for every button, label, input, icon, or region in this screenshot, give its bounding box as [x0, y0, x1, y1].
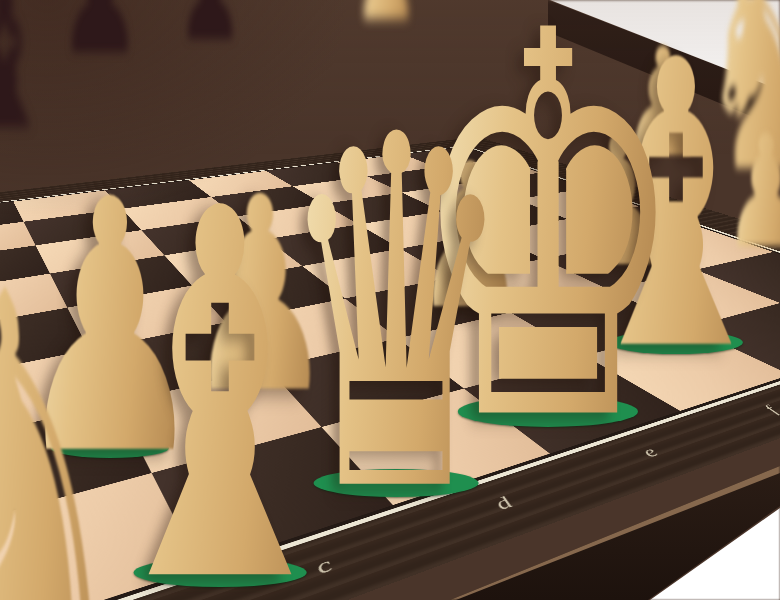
black-pawn-background: ♟ — [177, 0, 244, 58]
black-pawn-background: ♟ — [58, 0, 141, 75]
chess-set-photo: abcdefgh ♟♝♟♟♟♞♟♟♟♝♟♚♟♛♝♞ — [0, 0, 780, 600]
white-knight-b1: ♞ — [0, 222, 141, 600]
